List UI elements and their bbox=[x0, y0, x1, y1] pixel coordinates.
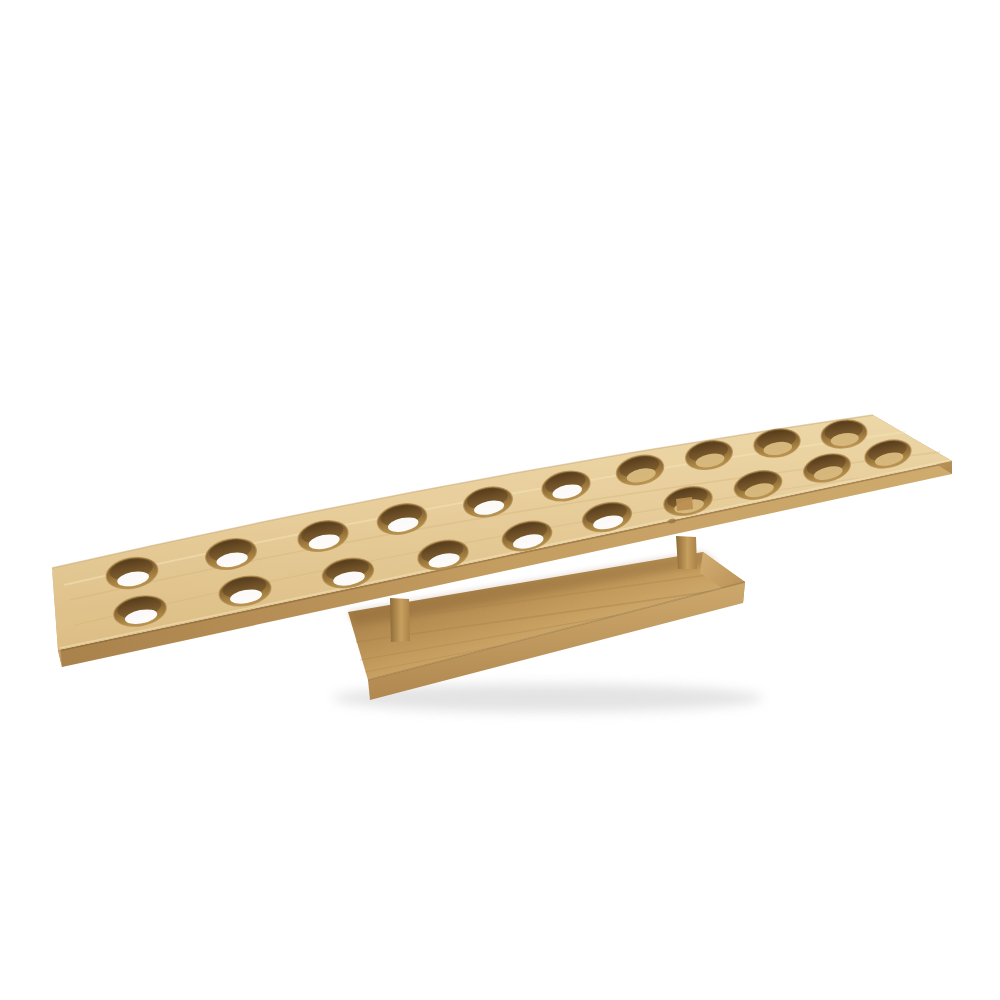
post-tip-through-hole bbox=[676, 497, 693, 511]
product-photo-stage bbox=[0, 0, 1000, 1000]
support-post-right bbox=[676, 536, 697, 569]
wooden-rack-illustration bbox=[0, 0, 1000, 1000]
support-post-left bbox=[390, 598, 410, 642]
